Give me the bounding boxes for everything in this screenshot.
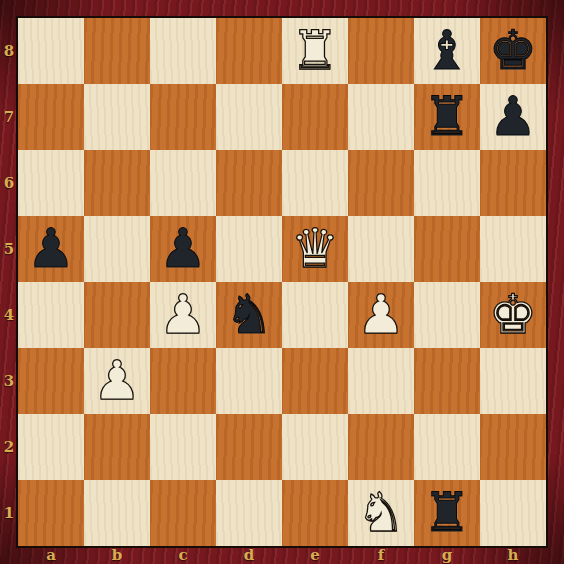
piece-white-pawn[interactable]: ♟ (348, 282, 414, 348)
square-e6[interactable] (282, 150, 348, 216)
square-b1[interactable] (84, 480, 150, 546)
square-b5[interactable] (84, 216, 150, 282)
square-g5[interactable] (414, 216, 480, 282)
piece-white-king[interactable]: ♚ (480, 282, 546, 348)
file-label-g: g (414, 546, 480, 564)
square-h3[interactable] (480, 348, 546, 414)
square-g4[interactable] (414, 282, 480, 348)
square-a2[interactable] (18, 414, 84, 480)
square-g8[interactable]: ♝ (414, 18, 480, 84)
square-f4[interactable]: ♟ (348, 282, 414, 348)
square-h7[interactable]: ♟ (480, 84, 546, 150)
square-a7[interactable] (18, 84, 84, 150)
board: ♜♝♚♜♟♟♟♛♟♞♟♚♟♞♜ (18, 18, 546, 546)
square-d4[interactable]: ♞ (216, 282, 282, 348)
square-b8[interactable] (84, 18, 150, 84)
square-c7[interactable] (150, 84, 216, 150)
square-d2[interactable] (216, 414, 282, 480)
square-h8[interactable]: ♚ (480, 18, 546, 84)
square-b2[interactable] (84, 414, 150, 480)
square-d5[interactable] (216, 216, 282, 282)
square-e7[interactable] (282, 84, 348, 150)
file-label-b: b (84, 546, 150, 564)
piece-white-pawn[interactable]: ♟ (84, 348, 150, 414)
rank-label-4: 4 (0, 282, 18, 348)
rank-label-8: 8 (0, 18, 18, 84)
square-h2[interactable] (480, 414, 546, 480)
square-g2[interactable] (414, 414, 480, 480)
square-e1[interactable] (282, 480, 348, 546)
file-label-e: e (282, 546, 348, 564)
square-f3[interactable] (348, 348, 414, 414)
square-c8[interactable] (150, 18, 216, 84)
square-f7[interactable] (348, 84, 414, 150)
file-label-d: d (216, 546, 282, 564)
piece-white-rook[interactable]: ♜ (282, 18, 348, 84)
square-b7[interactable] (84, 84, 150, 150)
square-c3[interactable] (150, 348, 216, 414)
square-c6[interactable] (150, 150, 216, 216)
square-a5[interactable]: ♟ (18, 216, 84, 282)
rank-label-6: 6 (0, 150, 18, 216)
square-f6[interactable] (348, 150, 414, 216)
piece-white-pawn[interactable]: ♟ (150, 282, 216, 348)
square-e8[interactable]: ♜ (282, 18, 348, 84)
piece-white-queen[interactable]: ♛ (282, 216, 348, 282)
square-e4[interactable] (282, 282, 348, 348)
piece-black-rook[interactable]: ♜ (414, 84, 480, 150)
piece-black-knight[interactable]: ♞ (216, 282, 282, 348)
piece-black-pawn[interactable]: ♟ (480, 84, 546, 150)
file-label-h: h (480, 546, 546, 564)
square-f2[interactable] (348, 414, 414, 480)
square-g6[interactable] (414, 150, 480, 216)
file-label-c: c (150, 546, 216, 564)
square-f1[interactable]: ♞ (348, 480, 414, 546)
square-c4[interactable]: ♟ (150, 282, 216, 348)
square-h5[interactable] (480, 216, 546, 282)
square-a8[interactable] (18, 18, 84, 84)
piece-black-bishop[interactable]: ♝ (414, 18, 480, 84)
piece-black-king[interactable]: ♚ (480, 18, 546, 84)
square-c2[interactable] (150, 414, 216, 480)
rank-label-3: 3 (0, 348, 18, 414)
square-a1[interactable] (18, 480, 84, 546)
square-d6[interactable] (216, 150, 282, 216)
piece-black-pawn[interactable]: ♟ (18, 216, 84, 282)
square-f5[interactable] (348, 216, 414, 282)
square-d1[interactable] (216, 480, 282, 546)
square-e5[interactable]: ♛ (282, 216, 348, 282)
square-b6[interactable] (84, 150, 150, 216)
square-d7[interactable] (216, 84, 282, 150)
rank-label-7: 7 (0, 84, 18, 150)
square-g7[interactable]: ♜ (414, 84, 480, 150)
piece-black-pawn[interactable]: ♟ (150, 216, 216, 282)
square-a6[interactable] (18, 150, 84, 216)
square-f8[interactable] (348, 18, 414, 84)
rank-label-1: 1 (0, 480, 18, 546)
square-h1[interactable] (480, 480, 546, 546)
square-h6[interactable] (480, 150, 546, 216)
square-c5[interactable]: ♟ (150, 216, 216, 282)
square-g1[interactable]: ♜ (414, 480, 480, 546)
square-e3[interactable] (282, 348, 348, 414)
piece-white-knight[interactable]: ♞ (348, 480, 414, 546)
square-c1[interactable] (150, 480, 216, 546)
square-b4[interactable] (84, 282, 150, 348)
square-a4[interactable] (18, 282, 84, 348)
square-g3[interactable] (414, 348, 480, 414)
file-label-f: f (348, 546, 414, 564)
file-label-a: a (18, 546, 84, 564)
board-frame: ♜♝♚♜♟♟♟♛♟♞♟♚♟♞♜ 87654321abcdefgh (0, 0, 564, 564)
square-h4[interactable]: ♚ (480, 282, 546, 348)
square-a3[interactable] (18, 348, 84, 414)
rank-label-5: 5 (0, 216, 18, 282)
piece-black-rook[interactable]: ♜ (414, 480, 480, 546)
square-d8[interactable] (216, 18, 282, 84)
square-d3[interactable] (216, 348, 282, 414)
square-b3[interactable]: ♟ (84, 348, 150, 414)
rank-label-2: 2 (0, 414, 18, 480)
square-e2[interactable] (282, 414, 348, 480)
